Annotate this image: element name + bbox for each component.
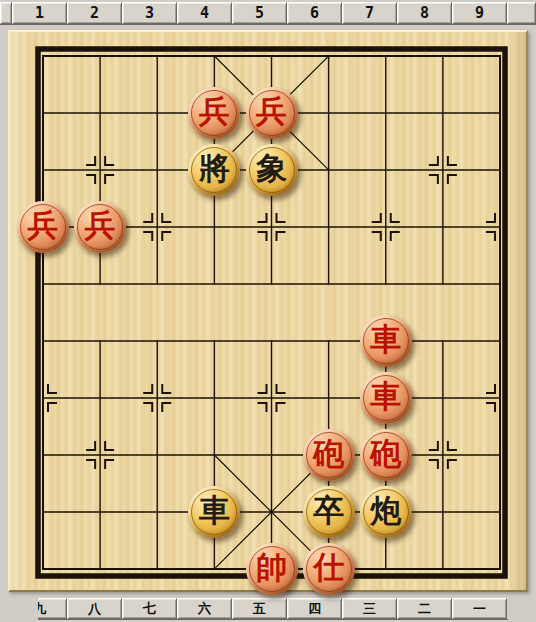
piece-glyph: 車 — [370, 376, 401, 420]
piece-glyph: 砲 — [370, 433, 401, 477]
top-coordinate-strip: 123456789 — [0, 2, 536, 25]
red-chariot-piece[interactable]: 車 — [360, 372, 412, 424]
black-general-piece[interactable]: 將 — [188, 144, 240, 196]
file-button-top-6[interactable]: 6 — [287, 2, 342, 24]
red-advisor-piece[interactable]: 仕 — [303, 543, 355, 595]
red-soldier-piece[interactable]: 兵 — [17, 201, 69, 253]
piece-glyph: 車 — [370, 319, 401, 363]
file-button-bottom-四[interactable]: 四 — [287, 598, 342, 619]
piece-glyph: 炮 — [370, 490, 401, 534]
file-button-bottom-九[interactable]: 九 — [38, 598, 67, 619]
file-button-top-9[interactable]: 9 — [452, 2, 507, 24]
pieces-layer: 兵兵將象兵兵車車砲砲車卒炮帥仕 — [10, 32, 526, 590]
xiangqi-app: 123456789 兵兵將象兵兵車車砲砲車卒炮帥仕 九八七六五四三二一 — [0, 0, 536, 622]
file-button-top-5[interactable]: 5 — [232, 2, 287, 24]
file-button-top-4[interactable]: 4 — [177, 2, 232, 24]
piece-glyph: 兵 — [199, 91, 230, 135]
file-button-top-1[interactable]: 1 — [12, 2, 67, 24]
red-cannon-piece[interactable]: 砲 — [303, 429, 355, 481]
black-soldier-piece[interactable]: 卒 — [303, 486, 355, 538]
strip-endcap-right — [507, 2, 536, 24]
red-general-piece[interactable]: 帥 — [246, 543, 298, 595]
file-button-bottom-一[interactable]: 一 — [452, 598, 507, 619]
file-button-top-2[interactable]: 2 — [67, 2, 122, 24]
file-button-bottom-八[interactable]: 八 — [67, 598, 122, 619]
file-button-bottom-三[interactable]: 三 — [342, 598, 397, 619]
piece-glyph: 將 — [199, 148, 230, 192]
piece-glyph: 兵 — [85, 205, 116, 249]
red-soldier-piece[interactable]: 兵 — [246, 87, 298, 139]
piece-glyph: 卒 — [313, 490, 344, 534]
strip-endcap-left — [0, 2, 12, 24]
red-cannon-piece[interactable]: 砲 — [360, 429, 412, 481]
file-button-top-3[interactable]: 3 — [122, 2, 177, 24]
bottom-coordinate-strip: 九八七六五四三二一 — [38, 598, 508, 620]
file-button-bottom-二[interactable]: 二 — [397, 598, 452, 619]
black-chariot-piece[interactable]: 車 — [188, 486, 240, 538]
piece-glyph: 帥 — [256, 547, 287, 591]
piece-glyph: 兵 — [28, 205, 59, 249]
file-button-top-7[interactable]: 7 — [342, 2, 397, 24]
bottom-file-buttons: 九八七六五四三二一 — [38, 598, 507, 619]
piece-glyph: 仕 — [313, 547, 344, 591]
file-button-bottom-七[interactable]: 七 — [122, 598, 177, 619]
piece-glyph: 兵 — [256, 91, 287, 135]
file-button-top-8[interactable]: 8 — [397, 2, 452, 24]
piece-glyph: 象 — [256, 148, 287, 192]
top-file-buttons: 123456789 — [12, 2, 507, 24]
red-soldier-piece[interactable]: 兵 — [188, 87, 240, 139]
red-chariot-piece[interactable]: 車 — [360, 315, 412, 367]
black-cannon-piece[interactable]: 炮 — [360, 486, 412, 538]
piece-glyph: 車 — [199, 490, 230, 534]
xiangqi-board[interactable]: 兵兵將象兵兵車車砲砲車卒炮帥仕 — [8, 30, 528, 592]
black-elephant-piece[interactable]: 象 — [246, 144, 298, 196]
file-button-bottom-五[interactable]: 五 — [232, 598, 287, 619]
red-soldier-piece[interactable]: 兵 — [74, 201, 126, 253]
file-button-bottom-六[interactable]: 六 — [177, 598, 232, 619]
piece-glyph: 砲 — [313, 433, 344, 477]
